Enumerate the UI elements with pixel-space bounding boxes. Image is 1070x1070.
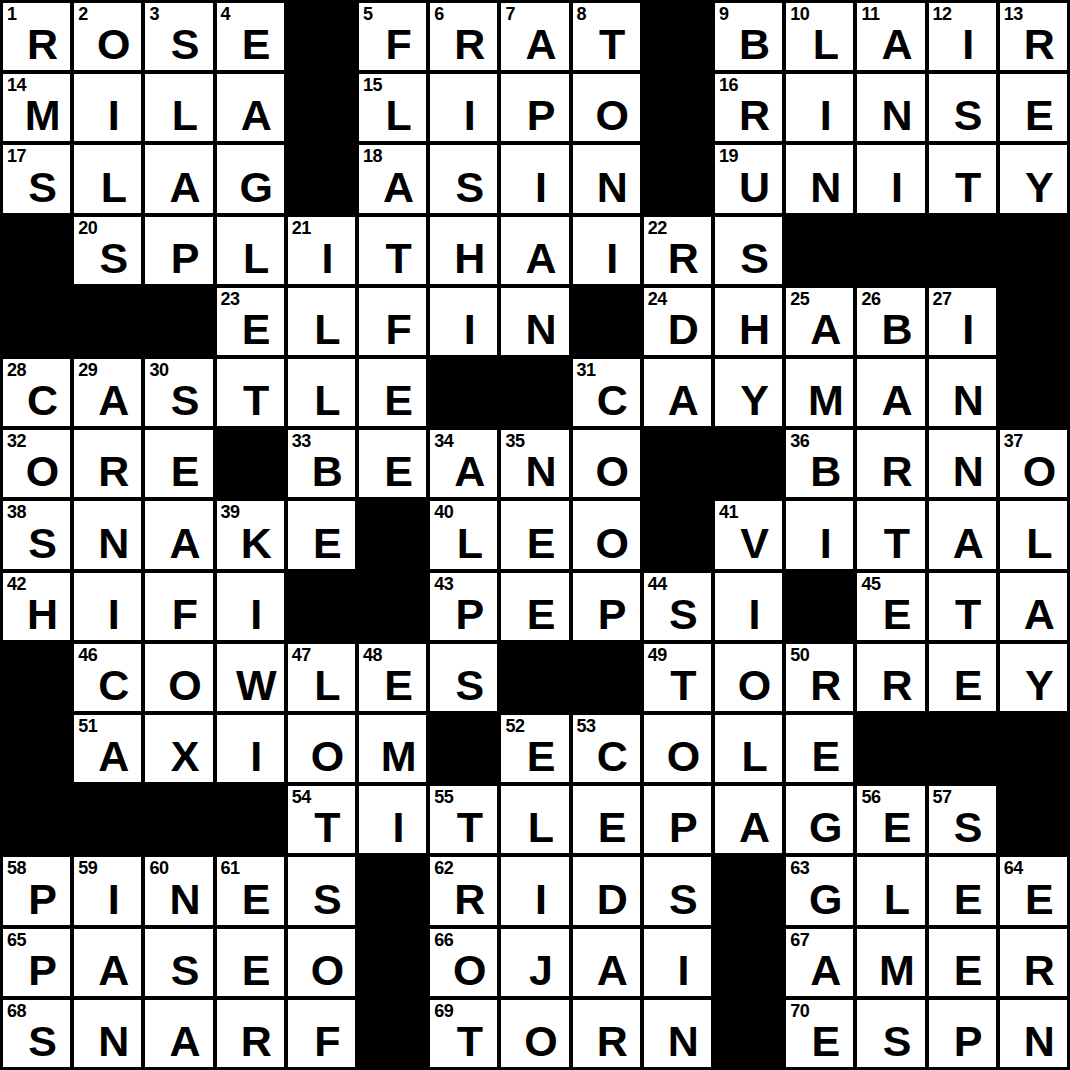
cell-r6c6[interactable]: E <box>357 357 428 428</box>
cell-r13c7[interactable]: 62R <box>428 855 499 926</box>
cell-r14c10[interactable]: I <box>642 927 713 998</box>
cell-r10c15[interactable]: Y <box>998 642 1069 713</box>
cell-r12c10[interactable]: P <box>642 784 713 855</box>
cell-letter: P <box>3 878 70 921</box>
cell-letter: E <box>288 522 355 565</box>
cell-r10c13[interactable]: R <box>855 642 926 713</box>
cell-r13c3[interactable]: 60N <box>143 855 214 926</box>
cell-r6c12[interactable]: M <box>784 357 855 428</box>
cell-r6c5[interactable]: L <box>286 357 357 428</box>
cell-r8c14[interactable]: A <box>927 499 998 570</box>
cell-r13c4[interactable]: 61E <box>215 855 286 926</box>
cell-r11c9[interactable]: 53C <box>571 713 642 784</box>
cell-r15c14[interactable]: P <box>927 998 998 1069</box>
cell-letter: I <box>786 94 853 137</box>
cell-r7c3[interactable]: E <box>143 428 214 499</box>
cell-r9c3[interactable]: F <box>143 571 214 642</box>
cell-r2c3[interactable]: L <box>143 72 214 143</box>
cell-r4c7[interactable]: H <box>428 215 499 286</box>
cell-r1c6[interactable]: 5F <box>357 1 428 72</box>
cell-letter: I <box>715 593 782 636</box>
cell-r3c1[interactable]: 17S <box>1 143 72 214</box>
cell-r12c13[interactable]: 56E <box>855 784 926 855</box>
cell-r4c4[interactable]: L <box>215 215 286 286</box>
cell-r12c14[interactable]: 57S <box>927 784 998 855</box>
cell-letter: A <box>857 23 924 66</box>
cell-letter: D <box>644 308 711 351</box>
cell-letter: I <box>430 94 497 137</box>
cell-r10c11[interactable]: O <box>713 642 784 713</box>
cell-r5c6[interactable]: F <box>357 286 428 357</box>
cell-letter: T <box>288 806 355 849</box>
cell-r14c12[interactable]: 67A <box>784 927 855 998</box>
cell-r15c8[interactable]: O <box>499 998 570 1069</box>
cell-r14c15[interactable]: R <box>998 927 1069 998</box>
cell-r1c2[interactable]: 2O <box>72 1 143 72</box>
cell-r15c9[interactable]: R <box>571 998 642 1069</box>
cell-r14c8[interactable]: J <box>499 927 570 998</box>
cell-letter: R <box>715 94 782 137</box>
cell-r5c10[interactable]: 24D <box>642 286 713 357</box>
cell-r15c12[interactable]: 70E <box>784 998 855 1069</box>
cell-r13c12[interactable]: 63G <box>784 855 855 926</box>
cell-letter: E <box>217 23 284 66</box>
cell-r8c8[interactable]: E <box>499 499 570 570</box>
cell-r10c12[interactable]: 50R <box>784 642 855 713</box>
cell-r9c1[interactable]: 42H <box>1 571 72 642</box>
cell-letter: S <box>929 94 996 137</box>
block-r8c10 <box>642 499 713 570</box>
cell-letter: O <box>74 23 141 66</box>
cell-letter: R <box>1000 23 1067 66</box>
block-r13c6 <box>357 855 428 926</box>
cell-letter: P <box>644 806 711 849</box>
cell-r8c9[interactable]: O <box>571 499 642 570</box>
cell-letter: S <box>3 522 70 565</box>
cell-r1c9[interactable]: 8T <box>571 1 642 72</box>
cell-r10c5[interactable]: 47L <box>286 642 357 713</box>
cell-r15c3[interactable]: A <box>143 998 214 1069</box>
block-r10c9 <box>571 642 642 713</box>
cell-r2c8[interactable]: P <box>499 72 570 143</box>
cell-letter: H <box>430 237 497 280</box>
cell-r5c7[interactable]: I <box>428 286 499 357</box>
cell-r3c8[interactable]: I <box>499 143 570 214</box>
cell-r3c14[interactable]: T <box>927 143 998 214</box>
cell-letter: L <box>786 23 853 66</box>
cell-r9c14[interactable]: T <box>927 571 998 642</box>
cell-r4c8[interactable]: A <box>499 215 570 286</box>
cell-r6c2[interactable]: 29A <box>72 357 143 428</box>
cell-r8c7[interactable]: 40L <box>428 499 499 570</box>
cell-r9c11[interactable]: I <box>713 571 784 642</box>
cell-letter: R <box>430 878 497 921</box>
cell-letter: I <box>573 237 640 280</box>
cell-letter: S <box>715 237 782 280</box>
cell-r2c4[interactable]: A <box>215 72 286 143</box>
cell-r9c9[interactable]: P <box>571 571 642 642</box>
cell-r7c1[interactable]: 32O <box>1 428 72 499</box>
block-r15c6 <box>357 998 428 1069</box>
cell-r9c15[interactable]: A <box>998 571 1069 642</box>
cell-r9c7[interactable]: 43P <box>428 571 499 642</box>
cell-r15c15[interactable]: N <box>998 998 1069 1069</box>
cell-letter: M <box>786 379 853 422</box>
cell-letter: M <box>359 735 426 778</box>
cell-r11c5[interactable]: O <box>286 713 357 784</box>
cell-r14c1[interactable]: 65P <box>1 927 72 998</box>
cell-letter: H <box>3 593 70 636</box>
cell-r11c6[interactable]: M <box>357 713 428 784</box>
cell-letter: S <box>644 878 711 921</box>
cell-r14c14[interactable]: E <box>927 927 998 998</box>
cell-r14c13[interactable]: M <box>855 927 926 998</box>
cell-r6c14[interactable]: N <box>927 357 998 428</box>
cell-letter: E <box>929 664 996 707</box>
block-r4c15 <box>998 215 1069 286</box>
cell-r15c5[interactable]: F <box>286 998 357 1069</box>
cell-letter: E <box>217 878 284 921</box>
cell-r12c5[interactable]: 54T <box>286 784 357 855</box>
cell-letter: R <box>74 450 141 493</box>
cell-r3c15[interactable]: Y <box>998 143 1069 214</box>
cell-r12c7[interactable]: 55T <box>428 784 499 855</box>
cell-r11c4[interactable]: I <box>215 713 286 784</box>
cell-letter: A <box>501 237 568 280</box>
cell-r3c3[interactable]: A <box>143 143 214 214</box>
cell-r13c1[interactable]: 58P <box>1 855 72 926</box>
cell-r1c11[interactable]: 9B <box>713 1 784 72</box>
cell-r4c5[interactable]: 21I <box>286 215 357 286</box>
cell-r10c7[interactable]: S <box>428 642 499 713</box>
cell-r5c11[interactable]: H <box>713 286 784 357</box>
cell-letter: E <box>145 450 212 493</box>
cell-r8c4[interactable]: 39K <box>215 499 286 570</box>
cell-r8c3[interactable]: A <box>143 499 214 570</box>
cell-r9c2[interactable]: I <box>72 571 143 642</box>
cell-letter: A <box>501 23 568 66</box>
cell-r4c9[interactable]: I <box>571 215 642 286</box>
cell-r8c5[interactable]: E <box>286 499 357 570</box>
cell-letter: G <box>786 806 853 849</box>
cell-r3c4[interactable]: G <box>215 143 286 214</box>
cell-r10c14[interactable]: E <box>927 642 998 713</box>
cell-r6c9[interactable]: 31C <box>571 357 642 428</box>
cell-r1c12[interactable]: 10L <box>784 1 855 72</box>
cell-letter: S <box>430 664 497 707</box>
cell-r1c1[interactable]: 1R <box>1 1 72 72</box>
cell-r5c14[interactable]: 27I <box>927 286 998 357</box>
cell-letter: M <box>3 94 70 137</box>
cell-r2c15[interactable]: E <box>998 72 1069 143</box>
cell-letter: L <box>359 94 426 137</box>
cell-r9c4[interactable]: I <box>215 571 286 642</box>
cell-letter: O <box>288 735 355 778</box>
cell-letter: O <box>644 735 711 778</box>
cell-letter: S <box>145 23 212 66</box>
block-r15c11 <box>713 998 784 1069</box>
cell-r13c8[interactable]: I <box>499 855 570 926</box>
cell-letter: R <box>644 237 711 280</box>
cell-letter: E <box>857 593 924 636</box>
cell-r13c2[interactable]: 59I <box>72 855 143 926</box>
cell-letter: I <box>217 593 284 636</box>
cell-letter: E <box>359 664 426 707</box>
cell-letter: Y <box>1000 664 1067 707</box>
cell-letter: N <box>644 1020 711 1063</box>
cell-r6c3[interactable]: 30S <box>143 357 214 428</box>
cell-letter: E <box>929 949 996 992</box>
cell-r5c5[interactable]: L <box>286 286 357 357</box>
block-r1c5 <box>286 1 357 72</box>
cell-letter: I <box>74 94 141 137</box>
cell-letter: S <box>644 593 711 636</box>
cell-letter: I <box>929 308 996 351</box>
cell-letter: O <box>573 450 640 493</box>
cell-r12c11[interactable]: A <box>713 784 784 855</box>
cell-r12c9[interactable]: E <box>571 784 642 855</box>
cell-r11c2[interactable]: 51A <box>72 713 143 784</box>
cell-r11c8[interactable]: 52E <box>499 713 570 784</box>
cell-letter: A <box>1000 593 1067 636</box>
cell-r2c6[interactable]: 15L <box>357 72 428 143</box>
cell-letter: A <box>786 949 853 992</box>
cell-letter: L <box>715 735 782 778</box>
cell-r3c9[interactable]: N <box>571 143 642 214</box>
cell-letter: G <box>786 878 853 921</box>
cell-r14c7[interactable]: 66O <box>428 927 499 998</box>
cell-r6c4[interactable]: T <box>215 357 286 428</box>
cell-r13c9[interactable]: D <box>571 855 642 926</box>
cell-r8c1[interactable]: 38S <box>1 499 72 570</box>
cell-r7c9[interactable]: O <box>571 428 642 499</box>
cell-r1c14[interactable]: 12I <box>927 1 998 72</box>
cell-letter: S <box>288 878 355 921</box>
block-r1c10 <box>642 1 713 72</box>
cell-r4c10[interactable]: 22R <box>642 215 713 286</box>
cell-r4c6[interactable]: T <box>357 215 428 286</box>
cell-letter: I <box>217 735 284 778</box>
crossword-grid: 1R2O3S4E5F6R7A8T9B10L11A12I13R14MILA15LI… <box>0 0 1070 1070</box>
cell-r7c2[interactable]: R <box>72 428 143 499</box>
cell-letter: P <box>501 94 568 137</box>
cell-r15c4[interactable]: R <box>215 998 286 1069</box>
cell-r8c11[interactable]: 41V <box>713 499 784 570</box>
cell-r5c4[interactable]: 23E <box>215 286 286 357</box>
cell-r2c13[interactable]: N <box>855 72 926 143</box>
cell-letter: T <box>929 593 996 636</box>
cell-r3c2[interactable]: L <box>72 143 143 214</box>
cell-r6c10[interactable]: A <box>642 357 713 428</box>
cell-r15c1[interactable]: 68S <box>1 998 72 1069</box>
cell-r7c6[interactable]: E <box>357 428 428 499</box>
cell-letter: K <box>217 522 284 565</box>
cell-r2c12[interactable]: I <box>784 72 855 143</box>
cell-r8c15[interactable]: L <box>998 499 1069 570</box>
cell-r11c11[interactable]: L <box>713 713 784 784</box>
cell-r4c11[interactable]: S <box>713 215 784 286</box>
cell-letter: A <box>644 379 711 422</box>
cell-r9c10[interactable]: 44S <box>642 571 713 642</box>
cell-letter: E <box>1000 878 1067 921</box>
cell-r15c7[interactable]: 69T <box>428 998 499 1069</box>
cell-r10c6[interactable]: 48E <box>357 642 428 713</box>
cell-letter: A <box>715 806 782 849</box>
cell-r13c10[interactable]: S <box>642 855 713 926</box>
cell-letter: T <box>929 166 996 209</box>
cell-r3c7[interactable]: S <box>428 143 499 214</box>
cell-letter: C <box>573 379 640 422</box>
cell-letter: F <box>145 593 212 636</box>
cell-letter: N <box>501 450 568 493</box>
cell-r11c10[interactable]: O <box>642 713 713 784</box>
cell-r1c8[interactable]: 7A <box>499 1 570 72</box>
cell-r13c5[interactable]: S <box>286 855 357 926</box>
cell-r10c4[interactable]: W <box>215 642 286 713</box>
cell-r9c13[interactable]: 45E <box>855 571 926 642</box>
cell-r8c12[interactable]: I <box>784 499 855 570</box>
cell-letter: S <box>74 237 141 280</box>
cell-letter: E <box>217 949 284 992</box>
cell-r6c11[interactable]: Y <box>713 357 784 428</box>
cell-letter: A <box>573 949 640 992</box>
cell-r11c12[interactable]: E <box>784 713 855 784</box>
cell-r1c15[interactable]: 13R <box>998 1 1069 72</box>
block-r5c1 <box>1 286 72 357</box>
cell-r10c3[interactable]: O <box>143 642 214 713</box>
cell-letter: N <box>929 450 996 493</box>
cell-r2c2[interactable]: I <box>72 72 143 143</box>
cell-letter: E <box>857 806 924 849</box>
cell-letter: O <box>3 450 70 493</box>
cell-r2c14[interactable]: S <box>927 72 998 143</box>
cell-r1c13[interactable]: 11A <box>855 1 926 72</box>
cell-r10c10[interactable]: 49T <box>642 642 713 713</box>
cell-letter: I <box>501 166 568 209</box>
cell-r5c8[interactable]: N <box>499 286 570 357</box>
cell-letter: B <box>715 23 782 66</box>
cell-letter: A <box>74 735 141 778</box>
cell-r14c3[interactable]: S <box>143 927 214 998</box>
cell-letter: O <box>288 949 355 992</box>
cell-r12c12[interactable]: G <box>784 784 855 855</box>
cell-letter: O <box>573 522 640 565</box>
cell-letter: C <box>3 379 70 422</box>
cell-r1c3[interactable]: 3S <box>143 1 214 72</box>
cell-letter: V <box>715 522 782 565</box>
cell-r6c13[interactable]: A <box>855 357 926 428</box>
cell-letter: N <box>929 379 996 422</box>
block-r5c15 <box>998 286 1069 357</box>
cell-letter: R <box>3 23 70 66</box>
cell-letter: T <box>573 23 640 66</box>
cell-r7c14[interactable]: N <box>927 428 998 499</box>
cell-letter: O <box>430 949 497 992</box>
cell-r2c7[interactable]: I <box>428 72 499 143</box>
cell-letter: S <box>3 166 70 209</box>
cell-r12c6[interactable]: I <box>357 784 428 855</box>
cell-r2c1[interactable]: 14M <box>1 72 72 143</box>
cell-r3c13[interactable]: I <box>855 143 926 214</box>
block-r8c6 <box>357 499 428 570</box>
cell-letter: L <box>74 166 141 209</box>
cell-letter: R <box>857 450 924 493</box>
cell-r5c13[interactable]: 26B <box>855 286 926 357</box>
cell-r15c10[interactable]: N <box>642 998 713 1069</box>
cell-r9c8[interactable]: E <box>499 571 570 642</box>
cell-letter: T <box>430 1020 497 1063</box>
block-r3c5 <box>286 143 357 214</box>
cell-r3c6[interactable]: 18A <box>357 143 428 214</box>
cell-r6c1[interactable]: 28C <box>1 357 72 428</box>
block-r9c12 <box>784 571 855 642</box>
cell-r14c9[interactable]: A <box>571 927 642 998</box>
cell-r14c2[interactable]: A <box>72 927 143 998</box>
cell-r1c4[interactable]: 4E <box>215 1 286 72</box>
cell-letter: A <box>74 949 141 992</box>
cell-r7c8[interactable]: 35N <box>499 428 570 499</box>
cell-r7c7[interactable]: 34A <box>428 428 499 499</box>
cell-letter: N <box>145 878 212 921</box>
cell-r5c12[interactable]: 25A <box>784 286 855 357</box>
cell-letter: N <box>573 166 640 209</box>
cell-letter: L <box>1000 522 1067 565</box>
block-r11c1 <box>1 713 72 784</box>
cell-r3c11[interactable]: 19U <box>713 143 784 214</box>
cell-r13c14[interactable]: E <box>927 855 998 926</box>
cell-r15c2[interactable]: N <box>72 998 143 1069</box>
cell-letter: O <box>145 664 212 707</box>
cell-r7c5[interactable]: 33B <box>286 428 357 499</box>
cell-letter: I <box>74 593 141 636</box>
cell-r8c2[interactable]: N <box>72 499 143 570</box>
cell-r4c2[interactable]: 20S <box>72 215 143 286</box>
cell-r2c9[interactable]: O <box>571 72 642 143</box>
cell-r11c3[interactable]: X <box>143 713 214 784</box>
cell-r10c2[interactable]: 46C <box>72 642 143 713</box>
cell-letter: P <box>430 593 497 636</box>
block-r12c15 <box>998 784 1069 855</box>
cell-r15c13[interactable]: S <box>855 998 926 1069</box>
cell-letter: O <box>573 94 640 137</box>
cell-r14c4[interactable]: E <box>215 927 286 998</box>
cell-letter: L <box>430 522 497 565</box>
cell-r12c8[interactable]: L <box>499 784 570 855</box>
cell-r1c7[interactable]: 6R <box>428 1 499 72</box>
cell-r14c5[interactable]: O <box>286 927 357 998</box>
block-r6c8 <box>499 357 570 428</box>
cell-r4c3[interactable]: P <box>143 215 214 286</box>
cell-letter: S <box>929 806 996 849</box>
cell-r8c13[interactable]: T <box>855 499 926 570</box>
cell-letter: S <box>145 949 212 992</box>
cell-letter: I <box>644 949 711 992</box>
block-r11c7 <box>428 713 499 784</box>
cell-r13c15[interactable]: 64E <box>998 855 1069 926</box>
cell-r13c13[interactable]: L <box>855 855 926 926</box>
cell-letter: P <box>573 593 640 636</box>
cell-r2c11[interactable]: 16R <box>713 72 784 143</box>
cell-r7c13[interactable]: R <box>855 428 926 499</box>
cell-r3c12[interactable]: N <box>784 143 855 214</box>
cell-letter: I <box>501 878 568 921</box>
cell-r7c15[interactable]: 37O <box>998 428 1069 499</box>
block-r9c6 <box>357 571 428 642</box>
cell-letter: C <box>74 664 141 707</box>
block-r4c14 <box>927 215 998 286</box>
cell-r7c12[interactable]: 36B <box>784 428 855 499</box>
cell-letter: N <box>786 166 853 209</box>
